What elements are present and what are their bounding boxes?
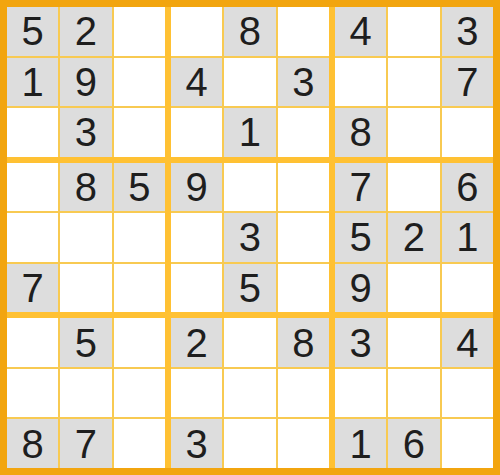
cell-r9c9[interactable] (442, 419, 493, 468)
cell-r2c8[interactable] (388, 58, 439, 107)
cell-r7c5[interactable] (224, 318, 275, 367)
sudoku-box-2: 8431 (171, 7, 329, 157)
cell-r2c7[interactable] (335, 58, 386, 107)
cell-r2c5[interactable] (224, 58, 275, 107)
cell-r4c1[interactable] (7, 163, 58, 212)
cell-r6c6[interactable] (278, 264, 329, 313)
cell-r5c9[interactable]: 1 (442, 213, 493, 262)
sudoku-box-9: 3416 (335, 318, 493, 468)
cell-r9c2[interactable]: 7 (60, 419, 111, 468)
cell-r9c8[interactable]: 6 (388, 419, 439, 468)
cell-r6c4[interactable] (171, 264, 222, 313)
cell-r2c9[interactable]: 7 (442, 58, 493, 107)
sudoku-box-3: 4378 (335, 7, 493, 157)
cell-r8c4[interactable] (171, 369, 222, 418)
cell-r4c8[interactable] (388, 163, 439, 212)
cell-r1c3[interactable] (114, 7, 165, 56)
cell-r7c8[interactable] (388, 318, 439, 367)
cell-r9c6[interactable] (278, 419, 329, 468)
sudoku-box-5: 935 (171, 163, 329, 313)
cell-r1c8[interactable] (388, 7, 439, 56)
cell-r8c6[interactable] (278, 369, 329, 418)
cell-r5c1[interactable] (7, 213, 58, 262)
sudoku-grid: 52193843143788579357652195872833416 (7, 7, 493, 468)
sudoku-box-7: 587 (7, 318, 165, 468)
cell-r6c7[interactable]: 9 (335, 264, 386, 313)
cell-r2c6[interactable]: 3 (278, 58, 329, 107)
sudoku-box-4: 857 (7, 163, 165, 313)
cell-r6c9[interactable] (442, 264, 493, 313)
cell-r8c8[interactable] (388, 369, 439, 418)
cell-r7c7[interactable]: 3 (335, 318, 386, 367)
cell-r7c9[interactable]: 4 (442, 318, 493, 367)
cell-r4c2[interactable]: 8 (60, 163, 111, 212)
cell-r5c5[interactable]: 3 (224, 213, 275, 262)
cell-r7c1[interactable] (7, 318, 58, 367)
cell-r9c4[interactable]: 3 (171, 419, 222, 468)
cell-r9c3[interactable] (114, 419, 165, 468)
cell-r5c7[interactable]: 5 (335, 213, 386, 262)
cell-r3c7[interactable]: 8 (335, 108, 386, 157)
cell-r4c9[interactable]: 6 (442, 163, 493, 212)
cell-r2c3[interactable] (114, 58, 165, 107)
cell-r1c1[interactable]: 5 (7, 7, 58, 56)
cell-r1c4[interactable] (171, 7, 222, 56)
cell-r1c6[interactable] (278, 7, 329, 56)
sudoku-box-8: 283 (171, 318, 329, 468)
cell-r8c3[interactable] (114, 369, 165, 418)
cell-r1c2[interactable]: 2 (60, 7, 111, 56)
cell-r3c4[interactable] (171, 108, 222, 157)
cell-r1c5[interactable]: 8 (224, 7, 275, 56)
cell-r7c2[interactable]: 5 (60, 318, 111, 367)
cell-r8c9[interactable] (442, 369, 493, 418)
cell-r9c1[interactable]: 8 (7, 419, 58, 468)
cell-r6c3[interactable] (114, 264, 165, 313)
cell-r5c6[interactable] (278, 213, 329, 262)
cell-r3c8[interactable] (388, 108, 439, 157)
cell-r6c1[interactable]: 7 (7, 264, 58, 313)
cell-r4c3[interactable]: 5 (114, 163, 165, 212)
cell-r3c1[interactable] (7, 108, 58, 157)
cell-r3c6[interactable] (278, 108, 329, 157)
cell-r9c5[interactable] (224, 419, 275, 468)
cell-r4c6[interactable] (278, 163, 329, 212)
cell-r7c3[interactable] (114, 318, 165, 367)
cell-r1c7[interactable]: 4 (335, 7, 386, 56)
sudoku-box-1: 52193 (7, 7, 165, 157)
cell-r8c2[interactable] (60, 369, 111, 418)
cell-r5c2[interactable] (60, 213, 111, 262)
cell-r3c9[interactable] (442, 108, 493, 157)
cell-r1c9[interactable]: 3 (442, 7, 493, 56)
cell-r4c4[interactable]: 9 (171, 163, 222, 212)
cell-r9c7[interactable]: 1 (335, 419, 386, 468)
cell-r3c2[interactable]: 3 (60, 108, 111, 157)
cell-r6c5[interactable]: 5 (224, 264, 275, 313)
cell-r5c8[interactable]: 2 (388, 213, 439, 262)
cell-r5c4[interactable] (171, 213, 222, 262)
cell-r4c7[interactable]: 7 (335, 163, 386, 212)
cell-r7c4[interactable]: 2 (171, 318, 222, 367)
cell-r4c5[interactable] (224, 163, 275, 212)
sudoku-board: 52193843143788579357652195872833416 (0, 0, 500, 475)
cell-r8c1[interactable] (7, 369, 58, 418)
cell-r6c2[interactable] (60, 264, 111, 313)
cell-r6c8[interactable] (388, 264, 439, 313)
cell-r8c7[interactable] (335, 369, 386, 418)
cell-r3c3[interactable] (114, 108, 165, 157)
cell-r2c1[interactable]: 1 (7, 58, 58, 107)
sudoku-box-6: 765219 (335, 163, 493, 313)
cell-r8c5[interactable] (224, 369, 275, 418)
cell-r7c6[interactable]: 8 (278, 318, 329, 367)
cell-r3c5[interactable]: 1 (224, 108, 275, 157)
cell-r2c4[interactable]: 4 (171, 58, 222, 107)
cell-r2c2[interactable]: 9 (60, 58, 111, 107)
cell-r5c3[interactable] (114, 213, 165, 262)
